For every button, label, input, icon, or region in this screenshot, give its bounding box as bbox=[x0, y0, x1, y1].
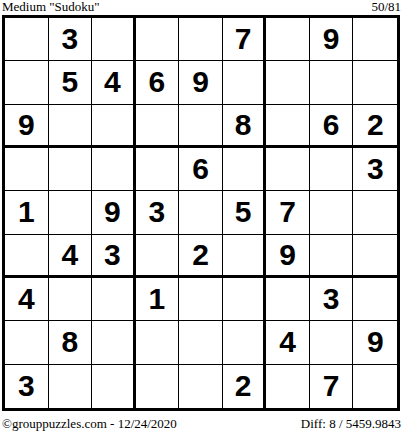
cell-r3c6[interactable]: 8 bbox=[223, 105, 267, 148]
cell-r6c5[interactable]: 2 bbox=[179, 235, 223, 278]
cell-r3c5[interactable] bbox=[179, 105, 223, 148]
remaining-counter: 50/81 bbox=[371, 0, 401, 14]
cell-r5c4[interactable]: 3 bbox=[136, 191, 180, 234]
cell-r9c3[interactable] bbox=[92, 365, 136, 408]
cell-r1c4[interactable] bbox=[136, 18, 180, 61]
cell-r3c9[interactable]: 2 bbox=[353, 105, 397, 148]
cell-r5c7[interactable]: 7 bbox=[266, 191, 310, 234]
cell-r5c1[interactable]: 1 bbox=[5, 191, 49, 234]
cell-r7c3[interactable] bbox=[92, 278, 136, 321]
cell-r2c3[interactable]: 4 bbox=[92, 61, 136, 104]
cell-r3c4[interactable] bbox=[136, 105, 180, 148]
footer-difficulty: Diff: 8 / 5459.9843 bbox=[301, 416, 401, 432]
cell-r1c8[interactable]: 9 bbox=[310, 18, 354, 61]
cell-r9c2[interactable] bbox=[49, 365, 93, 408]
cell-r1c2[interactable]: 3 bbox=[49, 18, 93, 61]
cell-r4c3[interactable] bbox=[92, 148, 136, 191]
cell-r9c1[interactable]: 3 bbox=[5, 365, 49, 408]
cell-r6c4[interactable] bbox=[136, 235, 180, 278]
cell-r7c6[interactable] bbox=[223, 278, 267, 321]
cell-r4c4[interactable] bbox=[136, 148, 180, 191]
cell-r3c8[interactable]: 6 bbox=[310, 105, 354, 148]
cell-r5c3[interactable]: 9 bbox=[92, 191, 136, 234]
cell-r1c1[interactable] bbox=[5, 18, 49, 61]
cell-r8c8[interactable] bbox=[310, 321, 354, 364]
cell-r5c9[interactable] bbox=[353, 191, 397, 234]
cell-r8c7[interactable]: 4 bbox=[266, 321, 310, 364]
cell-r1c5[interactable] bbox=[179, 18, 223, 61]
cell-r6c3[interactable]: 3 bbox=[92, 235, 136, 278]
cell-r4c8[interactable] bbox=[310, 148, 354, 191]
cell-r2c1[interactable] bbox=[5, 61, 49, 104]
header: Medium "Sudoku" 50/81 bbox=[0, 0, 402, 15]
cell-r6c6[interactable] bbox=[223, 235, 267, 278]
cell-r5c8[interactable] bbox=[310, 191, 354, 234]
cell-r8c5[interactable] bbox=[179, 321, 223, 364]
cell-r8c4[interactable] bbox=[136, 321, 180, 364]
cell-r9c6[interactable]: 2 bbox=[223, 365, 267, 408]
cell-r4c2[interactable] bbox=[49, 148, 93, 191]
footer-copyright: ©grouppuzzles.com - 12/24/2020 bbox=[2, 416, 177, 432]
cell-r7c9[interactable] bbox=[353, 278, 397, 321]
cell-r2c8[interactable] bbox=[310, 61, 354, 104]
cell-r7c8[interactable]: 3 bbox=[310, 278, 354, 321]
cell-r9c4[interactable] bbox=[136, 365, 180, 408]
cell-r8c1[interactable] bbox=[5, 321, 49, 364]
cell-r4c9[interactable]: 3 bbox=[353, 148, 397, 191]
cell-r9c5[interactable] bbox=[179, 365, 223, 408]
cell-r2c2[interactable]: 5 bbox=[49, 61, 93, 104]
cell-r8c9[interactable]: 9 bbox=[353, 321, 397, 364]
cell-r2c5[interactable]: 9 bbox=[179, 61, 223, 104]
cell-r9c8[interactable]: 7 bbox=[310, 365, 354, 408]
cell-r2c4[interactable]: 6 bbox=[136, 61, 180, 104]
cell-r8c2[interactable]: 8 bbox=[49, 321, 93, 364]
cell-r5c6[interactable]: 5 bbox=[223, 191, 267, 234]
cell-r4c1[interactable] bbox=[5, 148, 49, 191]
cell-r5c5[interactable] bbox=[179, 191, 223, 234]
cell-r5c2[interactable] bbox=[49, 191, 93, 234]
cell-r3c3[interactable] bbox=[92, 105, 136, 148]
cell-r7c2[interactable] bbox=[49, 278, 93, 321]
cell-r1c6[interactable]: 7 bbox=[223, 18, 267, 61]
cell-r1c7[interactable] bbox=[266, 18, 310, 61]
cell-r2c9[interactable] bbox=[353, 61, 397, 104]
cell-r1c9[interactable] bbox=[353, 18, 397, 61]
cell-r7c1[interactable]: 4 bbox=[5, 278, 49, 321]
cell-r8c6[interactable] bbox=[223, 321, 267, 364]
cell-r9c7[interactable] bbox=[266, 365, 310, 408]
cell-r3c2[interactable] bbox=[49, 105, 93, 148]
cell-r3c1[interactable]: 9 bbox=[5, 105, 49, 148]
cell-r3c7[interactable] bbox=[266, 105, 310, 148]
cell-r4c7[interactable] bbox=[266, 148, 310, 191]
cell-r7c7[interactable] bbox=[266, 278, 310, 321]
page-title: Medium "Sudoku" bbox=[2, 0, 100, 14]
cell-r1c3[interactable] bbox=[92, 18, 136, 61]
cell-r6c7[interactable]: 9 bbox=[266, 235, 310, 278]
cell-r4c5[interactable]: 6 bbox=[179, 148, 223, 191]
cell-r2c6[interactable] bbox=[223, 61, 267, 104]
cell-r4c6[interactable] bbox=[223, 148, 267, 191]
cell-r7c5[interactable] bbox=[179, 278, 223, 321]
cell-r7c4[interactable]: 1 bbox=[136, 278, 180, 321]
sudoku-board: 3795469986263193574329413849327 bbox=[2, 15, 400, 411]
cell-r8c3[interactable] bbox=[92, 321, 136, 364]
cell-r9c9[interactable] bbox=[353, 365, 397, 408]
cell-r6c2[interactable]: 4 bbox=[49, 235, 93, 278]
cell-r6c9[interactable] bbox=[353, 235, 397, 278]
cell-r6c1[interactable] bbox=[5, 235, 49, 278]
cell-r2c7[interactable] bbox=[266, 61, 310, 104]
cell-r6c8[interactable] bbox=[310, 235, 354, 278]
footer: ©grouppuzzles.com - 12/24/2020 Diff: 8 /… bbox=[0, 416, 402, 432]
